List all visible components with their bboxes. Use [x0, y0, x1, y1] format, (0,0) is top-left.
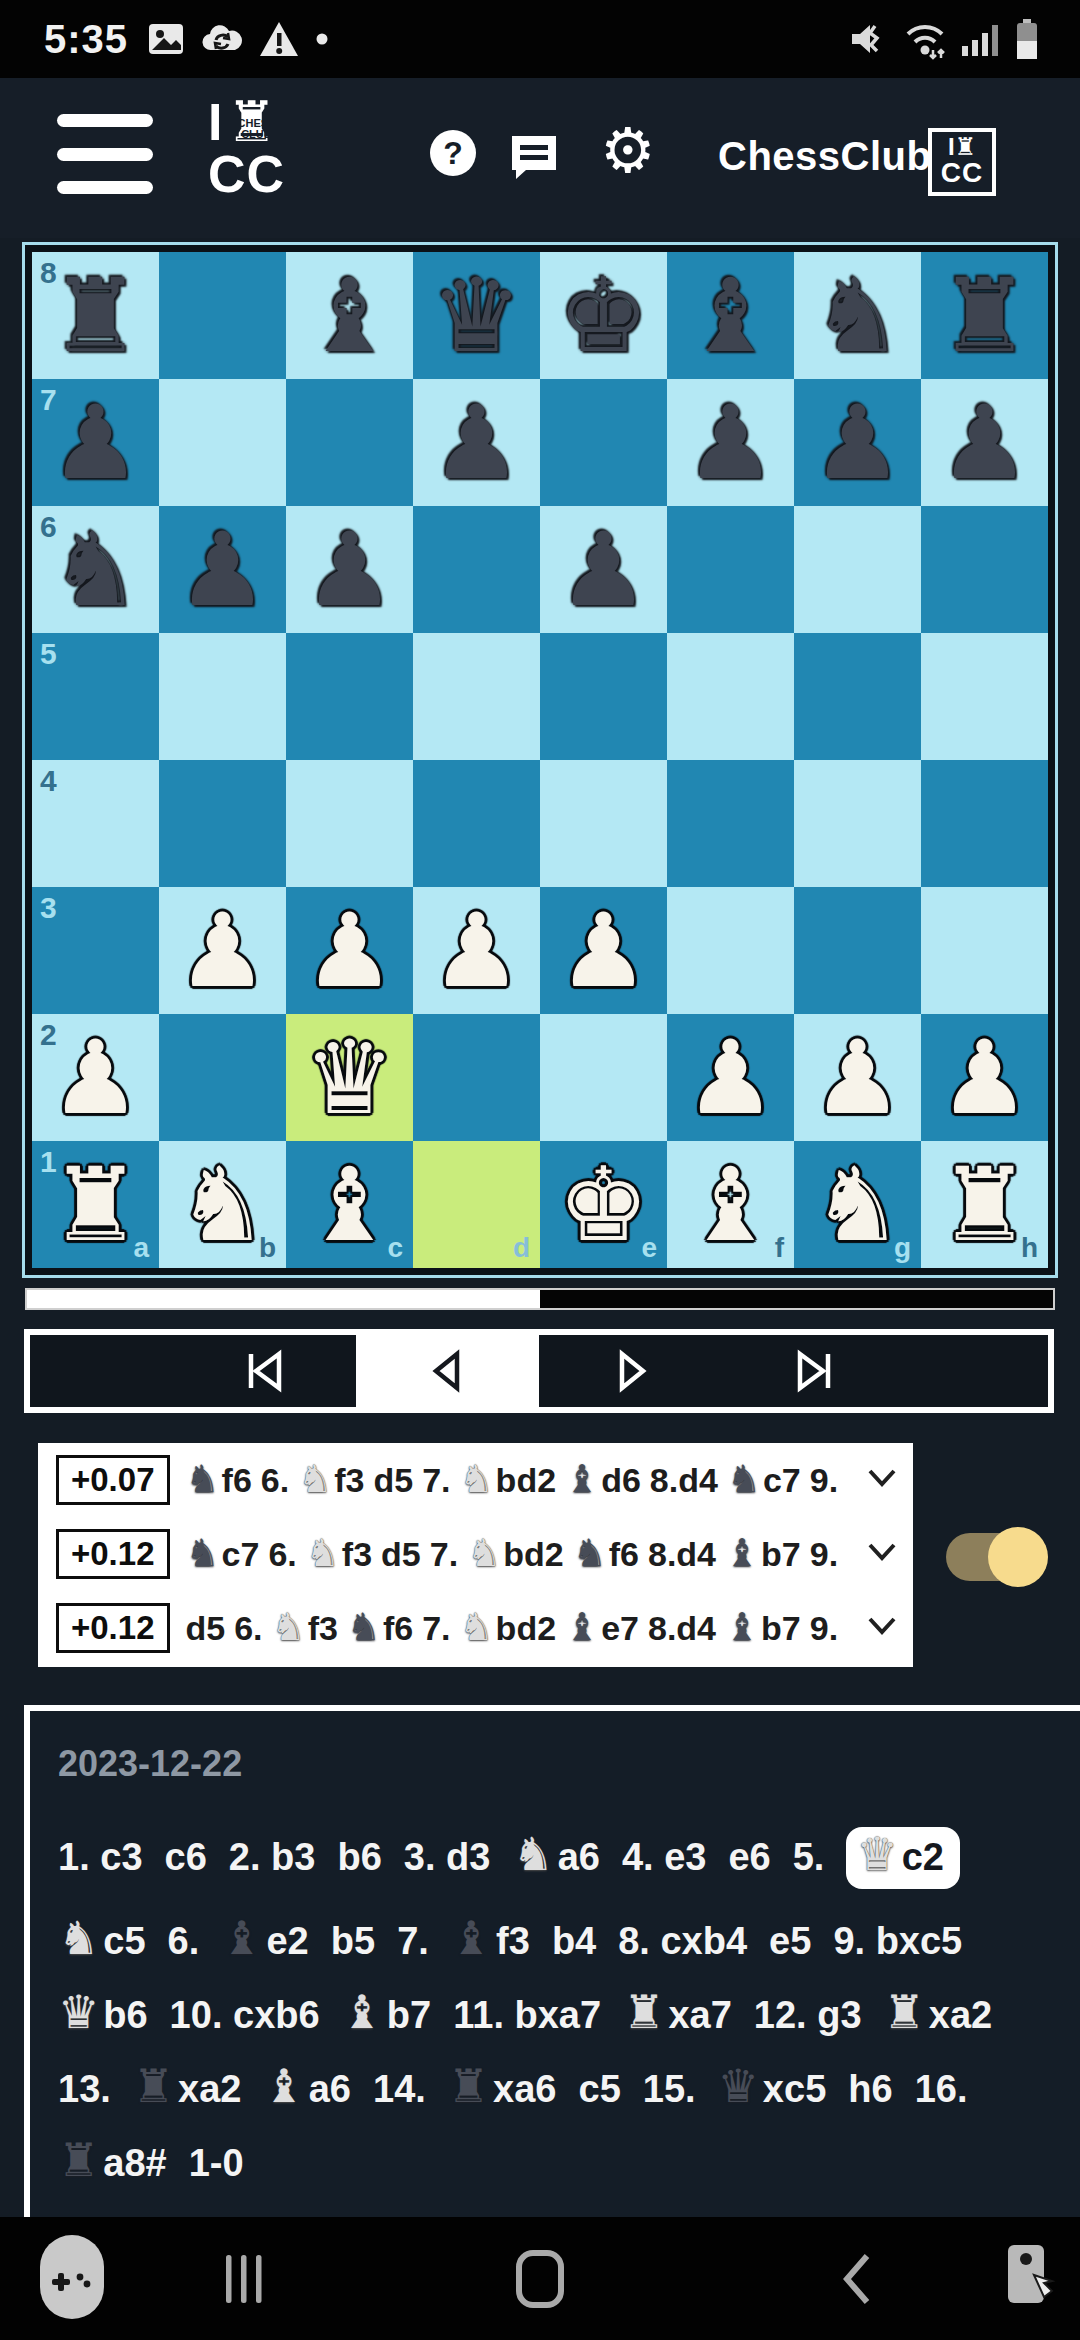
move-token[interactable]: ♝e2 [221, 1919, 309, 1963]
square-h8[interactable]: ♜ [921, 252, 1048, 379]
square-d1[interactable]: d [413, 1141, 540, 1268]
last-move-button[interactable] [722, 1335, 905, 1407]
light-n-figurine-icon: ♞ [460, 1462, 494, 1496]
dark-b-figurine-icon: ♝ [565, 1462, 599, 1496]
square-d5[interactable] [413, 633, 540, 760]
analysis-move-token: ♞f6 [347, 1609, 413, 1648]
analysis-line-3[interactable]: +0.12d56.♞f3♞f67.♞bd2♝e78.d4♝b79. [38, 1591, 913, 1665]
file-label-e: e [641, 1232, 657, 1264]
square-a1[interactable]: 1a♜ [32, 1141, 159, 1268]
photo-icon [146, 19, 186, 59]
move-token[interactable]: e6 [728, 1836, 770, 1879]
rank-label-1: 1 [40, 1145, 57, 1179]
light-n-figurine-icon: ♞ [58, 1919, 99, 1957]
square-g8[interactable]: ♞ [794, 252, 921, 379]
black-knight-g8[interactable]: ♞ [794, 252, 921, 379]
move-token[interactable]: ♛xc5 [718, 2067, 827, 2111]
square-c6[interactable]: ♟ [286, 506, 413, 633]
black-pawn-c6[interactable]: ♟ [286, 506, 413, 633]
menu-button[interactable] [57, 114, 153, 194]
rank-label-7: 7 [40, 383, 57, 417]
skip-to-start-icon [241, 1347, 289, 1395]
analysis-move-token: ♞f3 [272, 1609, 338, 1648]
warning-icon [258, 19, 300, 59]
analysis-move-token: ♞f6 [573, 1535, 639, 1574]
dark-n-figurine-icon: ♞ [347, 1610, 381, 1644]
skip-to-end-icon [790, 1347, 838, 1395]
battery-icon [1014, 17, 1040, 61]
chess-board-frame: 8♜♝♛♚♝♞♜7♟♟♟♟♟6♞♟♟♟543♟♟♟♟2♟♛♟♟♟1a♜b♞c♝d… [22, 242, 1058, 1278]
move-token[interactable]: 5. [793, 1836, 825, 1879]
current-move-highlight[interactable]: ♛c2 [846, 1827, 960, 1889]
square-c5[interactable] [286, 633, 413, 760]
square-c7[interactable] [286, 379, 413, 506]
move-token[interactable]: 12. g3 [754, 1994, 862, 2037]
dark-b-figurine-icon: ♝ [565, 1610, 599, 1644]
square-h6[interactable] [921, 506, 1048, 633]
logo-cc-letters: CC [208, 150, 358, 198]
analysis-move-token: 9. [810, 1535, 838, 1574]
light-n-figurine-icon: ♞ [460, 1610, 494, 1644]
analysis-move-token: ♞bd2 [467, 1535, 564, 1574]
move-token[interactable]: 9. bxc5 [833, 1920, 962, 1963]
move-token[interactable]: 1. c3 [58, 1836, 143, 1879]
black-pawn-g7[interactable]: ♟ [794, 379, 921, 506]
analysis-move-token: d5 [373, 1461, 413, 1500]
icc-logo[interactable]: I ♜CHESS CLUB CC [208, 96, 358, 216]
settings-button[interactable]: ⚙ [600, 116, 656, 186]
square-b3[interactable]: ♟ [159, 887, 286, 1014]
dark-b-figurine-icon: ♝ [451, 1919, 492, 1957]
square-c1[interactable]: c♝ [286, 1141, 413, 1268]
square-b5[interactable] [159, 633, 286, 760]
move-token[interactable]: 11. bxa7 [453, 1994, 601, 2037]
move-token[interactable]: b6 [337, 1836, 381, 1879]
logo-i-letter: I [208, 96, 222, 148]
square-g5[interactable] [794, 633, 921, 760]
square-h5[interactable] [921, 633, 1048, 760]
dark-b-figurine-icon: ♝ [221, 1919, 262, 1957]
light-b-figurine-icon: ♝ [263, 2067, 304, 2105]
expand-chevron-icon[interactable] [865, 1613, 899, 1639]
analysis-move-token: ♞c7 [727, 1461, 801, 1500]
light-n-figurine-icon: ♞ [467, 1536, 501, 1570]
square-c2[interactable]: ♛ [286, 1014, 413, 1141]
expand-chevron-icon[interactable] [865, 1465, 899, 1491]
analysis-moves: d56.♞f3♞f67.♞bd2♝e78.d4♝b79. [186, 1609, 914, 1648]
square-h3[interactable] [921, 887, 1048, 1014]
analysis-move-token: 7. [422, 1461, 450, 1500]
square-d3[interactable]: ♟ [413, 887, 540, 1014]
square-a4[interactable]: 4 [32, 760, 159, 887]
square-h2[interactable]: ♟ [921, 1014, 1048, 1141]
square-f8[interactable]: ♝ [667, 252, 794, 379]
chat-icon [508, 132, 560, 182]
move-token[interactable]: 2. b3 [229, 1836, 316, 1879]
move-navigation [24, 1329, 1054, 1413]
move-token[interactable]: ♜xa2 [133, 2067, 242, 2111]
analysis-move-token: ♞f3 [298, 1461, 364, 1500]
square-e4[interactable] [540, 760, 667, 887]
eval-score: +0.12 [56, 1529, 170, 1579]
dark-n-figurine-icon: ♞ [727, 1462, 761, 1496]
cloud-sync-icon [200, 19, 244, 59]
previous-move-button[interactable] [356, 1335, 539, 1407]
toggle-knob [988, 1527, 1048, 1587]
progress-fill [27, 1290, 540, 1308]
file-label-h: h [1021, 1232, 1038, 1264]
light-n-figurine-icon: ♞ [306, 1536, 340, 1570]
rank-label-6: 6 [40, 510, 57, 544]
question-mark-icon: ? [443, 135, 463, 172]
dark-b-figurine-icon: ♝ [725, 1536, 759, 1570]
previous-icon [424, 1347, 472, 1395]
square-f3[interactable] [667, 887, 794, 1014]
white-pawn-b3[interactable]: ♟ [159, 887, 286, 1014]
square-d4[interactable] [413, 760, 540, 887]
next-move-button[interactable] [539, 1335, 722, 1407]
icc-logo-badge[interactable]: I♜ CC [928, 128, 996, 196]
move-token[interactable]: 10. cxb6 [170, 1994, 320, 2037]
dark-n-figurine-icon: ♞ [186, 1536, 220, 1570]
black-pawn-h7[interactable]: ♟ [921, 379, 1048, 506]
app-header: I ♜CHESS CLUB CC ? ⚙ ChessClub I♜ CC [0, 78, 1080, 238]
square-c3[interactable]: ♟ [286, 887, 413, 1014]
signal-icon [960, 18, 1002, 60]
square-b4[interactable] [159, 760, 286, 887]
square-e6[interactable]: ♟ [540, 506, 667, 633]
recents-icon [224, 2253, 264, 2305]
expand-chevron-icon[interactable] [865, 1539, 899, 1565]
file-label-f: f [775, 1232, 784, 1264]
rank-label-4: 4 [40, 764, 57, 798]
rank-label-8: 8 [40, 256, 57, 290]
light-r-figurine-icon: ♜ [884, 1993, 925, 2031]
analysis-line-1[interactable]: +0.07♞f66.♞f3d57.♞bd2♝d68.d4♞c79. [38, 1443, 913, 1517]
move-token[interactable]: e5 [769, 1920, 811, 1963]
move-token[interactable]: b4 [552, 1920, 596, 1963]
gear-icon: ⚙ [600, 114, 656, 187]
analysis-move-token: d5 [186, 1609, 226, 1648]
square-a7[interactable]: 7♟ [32, 379, 159, 506]
light-n-figurine-icon: ♞ [512, 1835, 553, 1873]
white-pawn-d3[interactable]: ♟ [413, 887, 540, 1014]
rank-label-5: 5 [40, 637, 57, 671]
wifi-icon [902, 18, 948, 60]
eval-score: +0.12 [56, 1603, 170, 1653]
clock: 5:35 [44, 17, 128, 62]
square-d8[interactable]: ♛ [413, 252, 540, 379]
notification-dot [314, 19, 330, 59]
analysis-move-token: 9. [810, 1461, 838, 1500]
move-token[interactable]: 6. [168, 1920, 200, 1963]
square-b7[interactable] [159, 379, 286, 506]
square-e1[interactable]: e♚ [540, 1141, 667, 1268]
next-icon [607, 1347, 655, 1395]
move-token[interactable]: h6 [848, 2068, 892, 2111]
analysis-move-token: 6. [268, 1535, 296, 1574]
square-f4[interactable] [667, 760, 794, 887]
analysis-move-token: ♝b7 [725, 1535, 801, 1574]
move-token[interactable]: ♝a6 [263, 2067, 351, 2111]
rank-label-3: 3 [40, 891, 57, 925]
black-king-e8[interactable]: ♚ [540, 252, 667, 379]
analysis-move-token: 7. [430, 1535, 458, 1574]
eval-score: +0.07 [56, 1455, 170, 1505]
mute-icon [848, 18, 890, 60]
square-b8[interactable] [159, 252, 286, 379]
move-token[interactable]: 1-0 [189, 2142, 244, 2185]
move-token[interactable]: ♝b7 [342, 1993, 432, 2037]
black-bishop-c8[interactable]: ♝ [286, 252, 413, 379]
white-pawn-f2[interactable]: ♟ [667, 1014, 794, 1141]
analysis-move-token: 6. [261, 1461, 289, 1500]
analysis-move-token: ♞bd2 [460, 1609, 557, 1648]
back-icon [840, 2252, 872, 2306]
move-token[interactable]: ♛b6 [58, 1993, 148, 2037]
app-title: ChessClub [718, 134, 931, 179]
analysis-move-token: 9. [810, 1609, 838, 1648]
move-token[interactable]: 7. [397, 1920, 429, 1963]
square-e3[interactable]: ♟ [540, 887, 667, 1014]
rank-label-2: 2 [40, 1018, 57, 1052]
move-list: 1. c3c62. b3b63. d3♞a64. e3e65.♛c2♞c56.♝… [58, 1827, 1018, 2185]
white-pawn-e3[interactable]: ♟ [540, 887, 667, 1014]
file-label-b: b [259, 1232, 276, 1264]
move-token[interactable]: 15. [643, 2068, 696, 2111]
square-f7[interactable]: ♟ [667, 379, 794, 506]
light-b-figurine-icon: ♝ [342, 1993, 383, 2031]
black-pawn-d7[interactable]: ♟ [413, 379, 540, 506]
square-g7[interactable]: ♟ [794, 379, 921, 506]
square-g3[interactable] [794, 887, 921, 1014]
white-pawn-h2[interactable]: ♟ [921, 1014, 1048, 1141]
move-token[interactable]: 16. [915, 2068, 968, 2111]
home-icon [515, 2249, 565, 2309]
light-n-figurine-icon: ♞ [272, 1610, 306, 1644]
move-token[interactable]: ♜xa7 [623, 1993, 732, 2037]
square-c8[interactable]: ♝ [286, 252, 413, 379]
move-token[interactable]: ♜xa6 [448, 2067, 557, 2111]
square-f5[interactable] [667, 633, 794, 760]
first-move-button[interactable] [173, 1335, 356, 1407]
back-button[interactable] [836, 2217, 876, 2340]
white-pawn-c3[interactable]: ♟ [286, 887, 413, 1014]
move-token[interactable]: 4. e3 [622, 1836, 707, 1879]
file-label-g: g [894, 1232, 911, 1264]
game-date: 2023-12-22 [58, 1743, 1078, 1785]
file-label-c: c [387, 1232, 403, 1264]
square-e2[interactable] [540, 1014, 667, 1141]
move-token[interactable]: 13. [58, 2068, 111, 2111]
analysis-move-token: ♝d6 [565, 1461, 641, 1500]
analysis-move-token: ♞f3 [306, 1535, 372, 1574]
logo-chess-club-text: CHESS CLUB [234, 118, 278, 140]
analysis-move-token: 8.d4 [648, 1609, 716, 1648]
square-h4[interactable] [921, 760, 1048, 887]
analysis-move-token: ♞c7 [186, 1535, 260, 1574]
square-a8[interactable]: 8♜ [32, 252, 159, 379]
square-b1[interactable]: b♞ [159, 1141, 286, 1268]
light-q-figurine-icon: ♛ [58, 1993, 99, 2031]
gamepad-icon [50, 2257, 94, 2297]
square-e7[interactable] [540, 379, 667, 506]
dark-r-figurine-icon: ♜ [58, 2141, 99, 2179]
logo-rook-icon: ♜CHESS CLUB [226, 96, 276, 148]
move-token[interactable]: c5 [579, 2068, 621, 2111]
chess-board: 8♜♝♛♚♝♞♜7♟♟♟♟♟6♞♟♟♟543♟♟♟♟2♟♛♟♟♟1a♜b♞c♝d… [32, 252, 1048, 1268]
light-n-figurine-icon: ♞ [298, 1462, 332, 1496]
black-pawn-f7[interactable]: ♟ [667, 379, 794, 506]
analysis-move-token: 6. [234, 1609, 262, 1648]
home-button[interactable] [512, 2217, 568, 2340]
move-token[interactable]: ♞a6 [512, 1835, 600, 1879]
square-e5[interactable] [540, 633, 667, 760]
file-label-d: d [513, 1232, 530, 1264]
square-e8[interactable]: ♚ [540, 252, 667, 379]
move-token[interactable]: ♝f3 [451, 1919, 530, 1963]
dark-n-figurine-icon: ♞ [573, 1536, 607, 1570]
analysis-move-token: d5 [381, 1535, 421, 1574]
move-token[interactable]: 3. d3 [404, 1836, 491, 1879]
analysis-moves: ♞f66.♞f3d57.♞bd2♝d68.d4♞c79. [186, 1461, 914, 1500]
light-r-figurine-icon: ♜ [623, 1993, 664, 2031]
square-a3[interactable]: 3 [32, 887, 159, 1014]
analysis-move-token: ♞f6 [186, 1461, 252, 1500]
analysis-move-token: ♝e7 [565, 1609, 639, 1648]
notification-icons [146, 19, 330, 59]
game-progress-bar[interactable] [25, 1288, 1055, 1310]
recents-button[interactable] [222, 2217, 266, 2340]
analysis-move-token: 8.d4 [648, 1535, 716, 1574]
move-token[interactable]: ♜xa2 [884, 1993, 993, 2037]
analysis-move-token: ♝b7 [725, 1609, 801, 1648]
analysis-move-token: 8.d4 [650, 1461, 718, 1500]
screen: 5:35 I ♜CHESS CLUB CC ? ⚙ ChessClu [0, 0, 1080, 2340]
square-g1[interactable]: g♞ [794, 1141, 921, 1268]
square-h7[interactable]: ♟ [921, 379, 1048, 506]
move-token[interactable]: 8. cxb4 [618, 1920, 747, 1963]
square-h1[interactable]: h♜ [921, 1141, 1048, 1268]
analysis-line-2[interactable]: +0.12♞c76.♞f3d57.♞bd2♞f68.d4♝b79. [38, 1517, 913, 1591]
square-c4[interactable] [286, 760, 413, 887]
square-f6[interactable] [667, 506, 794, 633]
black-pawn-b6[interactable]: ♟ [159, 506, 286, 633]
black-rook-h8[interactable]: ♜ [921, 252, 1048, 379]
analysis-move-token: ♞bd2 [460, 1461, 557, 1500]
move-token[interactable]: b5 [331, 1920, 375, 1963]
black-pawn-e6[interactable]: ♟ [540, 506, 667, 633]
move-token[interactable]: c6 [165, 1836, 207, 1879]
help-button[interactable]: ? [430, 130, 476, 176]
square-a2[interactable]: 2♟ [32, 1014, 159, 1141]
touch-lock-button[interactable] [995, 2217, 1065, 2340]
android-nav-bar [0, 2217, 1080, 2340]
black-queen-d8[interactable]: ♛ [413, 252, 540, 379]
square-g2[interactable]: ♟ [794, 1014, 921, 1141]
square-b6[interactable]: ♟ [159, 506, 286, 633]
square-d2[interactable] [413, 1014, 540, 1141]
black-bishop-f8[interactable]: ♝ [667, 252, 794, 379]
touch-lock-icon [1000, 2241, 1060, 2317]
engine-toggle[interactable] [946, 1533, 1038, 1581]
square-d7[interactable]: ♟ [413, 379, 540, 506]
dark-r-figurine-icon: ♜ [133, 2067, 174, 2105]
game-launcher-button[interactable] [40, 2235, 104, 2319]
dark-r-figurine-icon: ♜ [448, 2067, 489, 2105]
dark-n-figurine-icon: ♞ [186, 1462, 220, 1496]
move-navigation-bar [30, 1335, 1048, 1407]
square-d6[interactable] [413, 506, 540, 633]
move-token[interactable]: ♜a8# [58, 2141, 167, 2185]
move-token[interactable]: ♞c5 [58, 1919, 146, 1963]
move-token[interactable]: 14. [373, 2068, 426, 2111]
system-icons [848, 17, 1040, 61]
engine-analysis-panel: +0.07♞f66.♞f3d57.♞bd2♝d68.d4♞c79.+0.12♞c… [38, 1443, 913, 1667]
square-a5[interactable]: 5 [32, 633, 159, 760]
dark-q-figurine-icon: ♛ [718, 2067, 759, 2105]
analysis-moves: ♞c76.♞f3d57.♞bd2♞f68.d4♝b79. [186, 1535, 914, 1574]
square-b2[interactable] [159, 1014, 286, 1141]
square-g6[interactable] [794, 506, 921, 633]
chat-button[interactable] [508, 132, 560, 186]
status-bar: 5:35 [0, 0, 1080, 78]
dark-b-figurine-icon: ♝ [725, 1610, 759, 1644]
square-g4[interactable] [794, 760, 921, 887]
square-f2[interactable]: ♟ [667, 1014, 794, 1141]
square-a6[interactable]: 6♞ [32, 506, 159, 633]
light-q-figurine-icon: ♛ [856, 1835, 897, 1873]
white-pawn-g2[interactable]: ♟ [794, 1014, 921, 1141]
square-f1[interactable]: f♝ [667, 1141, 794, 1268]
white-queen-c2[interactable]: ♛ [286, 1014, 413, 1141]
file-label-a: a [133, 1232, 149, 1264]
analysis-move-token: 7. [422, 1609, 450, 1648]
